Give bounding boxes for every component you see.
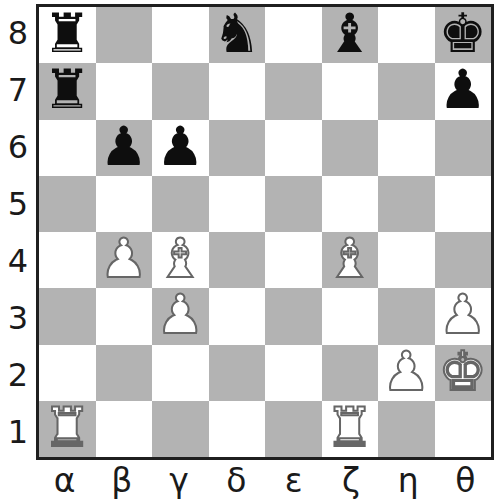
square-g7[interactable] [378, 63, 435, 119]
rank-label-2: 2 [0, 346, 36, 403]
square-d7[interactable] [209, 63, 266, 119]
square-e4[interactable] [265, 232, 322, 288]
file-label-zeta: ζ [322, 458, 379, 500]
white-rook-a1[interactable]: ♜ [43, 401, 91, 455]
square-g5[interactable] [378, 176, 435, 232]
square-b2[interactable] [96, 345, 153, 401]
square-d2[interactable] [209, 345, 266, 401]
square-e3[interactable] [265, 288, 322, 344]
square-e5[interactable] [265, 176, 322, 232]
square-h4[interactable] [435, 232, 492, 288]
rank-label-5: 5 [0, 175, 36, 232]
file-labels: αβγδεζηθ [36, 458, 494, 500]
square-d6[interactable] [209, 120, 266, 176]
square-g8[interactable] [378, 7, 435, 63]
square-f5[interactable] [322, 176, 379, 232]
square-e7[interactable] [265, 63, 322, 119]
white-pawn-g2[interactable]: ♟ [382, 345, 430, 399]
square-c6[interactable]: ♟ [152, 120, 209, 176]
square-d4[interactable] [209, 232, 266, 288]
square-d1[interactable] [209, 401, 266, 457]
rank-label-1: 1 [0, 403, 36, 460]
square-e2[interactable] [265, 345, 322, 401]
square-h2[interactable]: ♚ [435, 345, 492, 401]
white-king-h2[interactable]: ♚ [439, 345, 487, 399]
square-f3[interactable] [322, 288, 379, 344]
square-f7[interactable] [322, 63, 379, 119]
white-pawn-b4[interactable]: ♟ [100, 232, 148, 286]
black-pawn-c6[interactable]: ♟ [156, 120, 204, 174]
square-f8[interactable]: ♝ [322, 7, 379, 63]
file-label-beta: β [93, 458, 150, 500]
file-label-delta: δ [208, 458, 265, 500]
square-f2[interactable] [322, 345, 379, 401]
chess-board: ♜♞♝♚♜♟♟♟♟♝♝♟♟♟♚♜♜ [36, 4, 494, 460]
square-g6[interactable] [378, 120, 435, 176]
white-bishop-f4[interactable]: ♝ [326, 232, 374, 286]
square-b1[interactable] [96, 401, 153, 457]
white-bishop-c4[interactable]: ♝ [156, 232, 204, 286]
rank-label-3: 3 [0, 289, 36, 346]
black-pawn-h7[interactable]: ♟ [439, 63, 487, 117]
black-rook-a8[interactable]: ♜ [43, 7, 91, 61]
square-h1[interactable] [435, 401, 492, 457]
white-rook-f1[interactable]: ♜ [326, 401, 374, 455]
square-g3[interactable] [378, 288, 435, 344]
square-h5[interactable] [435, 176, 492, 232]
rank-label-4: 4 [0, 232, 36, 289]
square-b8[interactable] [96, 7, 153, 63]
black-knight-d8[interactable]: ♞ [213, 7, 261, 61]
square-a3[interactable] [39, 288, 96, 344]
square-a1[interactable]: ♜ [39, 401, 96, 457]
square-h3[interactable]: ♟ [435, 288, 492, 344]
square-c3[interactable]: ♟ [152, 288, 209, 344]
rank-label-7: 7 [0, 61, 36, 118]
file-label-epsilon: ε [265, 458, 322, 500]
square-c5[interactable] [152, 176, 209, 232]
square-c8[interactable] [152, 7, 209, 63]
white-pawn-c3[interactable]: ♟ [156, 288, 204, 342]
square-e6[interactable] [265, 120, 322, 176]
white-pawn-h3[interactable]: ♟ [439, 288, 487, 342]
black-pawn-b6[interactable]: ♟ [100, 120, 148, 174]
file-label-gamma: γ [151, 458, 208, 500]
square-d3[interactable] [209, 288, 266, 344]
square-f4[interactable]: ♝ [322, 232, 379, 288]
square-g4[interactable] [378, 232, 435, 288]
square-f1[interactable]: ♜ [322, 401, 379, 457]
square-h7[interactable]: ♟ [435, 63, 492, 119]
square-e8[interactable] [265, 7, 322, 63]
square-a5[interactable] [39, 176, 96, 232]
square-c1[interactable] [152, 401, 209, 457]
square-h8[interactable]: ♚ [435, 7, 492, 63]
square-b7[interactable] [96, 63, 153, 119]
square-a2[interactable] [39, 345, 96, 401]
square-b5[interactable] [96, 176, 153, 232]
file-label-alpha: α [36, 458, 93, 500]
file-label-theta: θ [437, 458, 494, 500]
square-a6[interactable] [39, 120, 96, 176]
square-g2[interactable]: ♟ [378, 345, 435, 401]
rank-label-6: 6 [0, 118, 36, 175]
rank-label-8: 8 [0, 4, 36, 61]
square-f6[interactable] [322, 120, 379, 176]
square-d5[interactable] [209, 176, 266, 232]
square-a8[interactable]: ♜ [39, 7, 96, 63]
rank-labels: 87654321 [0, 4, 36, 460]
black-king-h8[interactable]: ♚ [439, 7, 487, 61]
file-label-eta: η [380, 458, 437, 500]
square-a4[interactable] [39, 232, 96, 288]
square-c4[interactable]: ♝ [152, 232, 209, 288]
square-e1[interactable] [265, 401, 322, 457]
square-d8[interactable]: ♞ [209, 7, 266, 63]
square-b4[interactable]: ♟ [96, 232, 153, 288]
chess-diagram: 87654321 ♜♞♝♚♜♟♟♟♟♝♝♟♟♟♚♜♜ αβγδεζηθ [0, 0, 500, 501]
square-g1[interactable] [378, 401, 435, 457]
square-c7[interactable] [152, 63, 209, 119]
square-b3[interactable] [96, 288, 153, 344]
black-rook-a7[interactable]: ♜ [43, 63, 91, 117]
square-a7[interactable]: ♜ [39, 63, 96, 119]
square-c2[interactable] [152, 345, 209, 401]
square-b6[interactable]: ♟ [96, 120, 153, 176]
black-bishop-f8[interactable]: ♝ [326, 7, 374, 61]
square-h6[interactable] [435, 120, 492, 176]
